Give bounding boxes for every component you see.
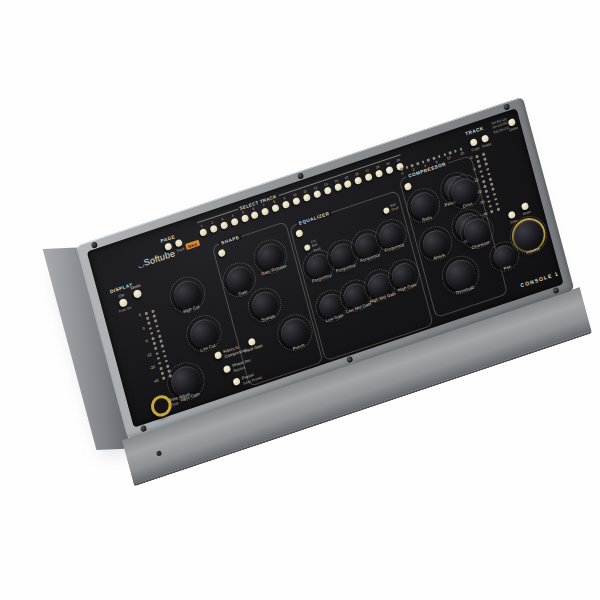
led-dot (485, 163, 488, 166)
led-dot (154, 319, 157, 322)
led-dot (481, 175, 484, 178)
led-dot (153, 314, 156, 317)
select-track-item[interactable]: 8 (270, 199, 280, 213)
led-dot (151, 337, 154, 340)
product-photo-scene: ◡Softube DISPLAY On Auto On Mode 60-6-12… (0, 0, 600, 600)
select-track-button[interactable] (385, 166, 393, 175)
scale-tick-label: -12 (138, 352, 152, 360)
scale-tick-label: -20 (141, 365, 155, 373)
scale-tick-label: 10 (447, 155, 452, 160)
led-dot (487, 173, 490, 176)
select-track-item[interactable]: 4 (229, 213, 239, 227)
select-track-button[interactable] (272, 204, 280, 213)
led-dot (477, 160, 480, 163)
screw-icon (552, 287, 559, 295)
led-dot (162, 350, 165, 353)
led-dot (155, 352, 158, 355)
select-track-button[interactable] (344, 179, 352, 188)
led-dot (146, 317, 149, 320)
select-track-button[interactable] (354, 176, 362, 185)
led-dot (478, 165, 481, 168)
select-track-item[interactable]: 14 (332, 178, 342, 192)
led-dot (493, 193, 496, 196)
select-track-item[interactable]: 12 (312, 185, 322, 199)
scale-tick-label: -40 (145, 378, 159, 386)
phase-inv-cap[interactable] (223, 365, 231, 374)
led-dot (490, 210, 493, 213)
led-dot (486, 168, 489, 171)
select-track-item[interactable]: 19 (384, 161, 394, 175)
select-track-button[interactable] (199, 228, 207, 237)
led-dot (149, 327, 152, 330)
led-dot (158, 362, 161, 365)
fine-adjust-sub-label: Shift (171, 401, 179, 407)
led-dot (151, 309, 154, 312)
select-track-item[interactable]: 2 (208, 220, 218, 234)
select-track-item[interactable]: 1 (198, 223, 208, 237)
scale-tick-label: 6 (127, 313, 141, 321)
led-dot (162, 377, 165, 380)
select-track-button[interactable] (334, 183, 342, 192)
led-dot (483, 185, 486, 188)
scale-tick-label: 0 (401, 171, 404, 175)
led-dot (150, 332, 153, 335)
led-dot (145, 312, 148, 315)
led-dot (161, 345, 164, 348)
led-dot (482, 180, 485, 183)
select-track-item[interactable]: 9 (281, 195, 291, 209)
select-track-item[interactable]: 11 (301, 188, 311, 202)
led-dot (491, 188, 494, 191)
led-dot (485, 190, 488, 193)
select-track-button[interactable] (282, 200, 290, 209)
select-track-item[interactable]: 17 (363, 168, 373, 182)
led-dot (489, 205, 492, 208)
led-dot (163, 355, 166, 358)
led-dot (490, 183, 493, 186)
led-dot (495, 203, 498, 206)
led-dot (489, 178, 492, 181)
select-track-button[interactable] (323, 186, 331, 195)
select-track-button[interactable] (375, 169, 383, 178)
select-track-item[interactable]: 18 (374, 164, 384, 178)
led-dot (157, 330, 160, 333)
screw-icon (346, 356, 353, 364)
select-track-button[interactable] (261, 207, 269, 216)
led-dot (159, 340, 162, 343)
led-dot (494, 198, 497, 201)
led-dot (497, 208, 500, 211)
led-dot (147, 322, 150, 325)
select-track-button[interactable] (209, 224, 217, 233)
scale-tick-label: 0 (131, 326, 145, 334)
track-number-label: 6 (252, 207, 255, 211)
select-track-item[interactable]: 10 (291, 192, 301, 206)
select-track-item[interactable]: 3 (218, 216, 228, 230)
led-dot (158, 335, 161, 338)
select-track-item[interactable]: 15 (343, 175, 353, 189)
select-track-item[interactable]: 5 (239, 209, 249, 223)
led-dot (165, 360, 168, 363)
led-dot (153, 342, 156, 345)
select-track-button[interactable] (251, 211, 259, 220)
track-cluster-heading: TRACK (465, 126, 485, 137)
select-track-item[interactable]: 7 (260, 202, 270, 216)
mkii-badge: MKII (185, 240, 200, 250)
console1-controller: ◡Softube DISPLAY On Auto On Mode 60-6-12… (76, 97, 574, 440)
led-dot (482, 153, 485, 156)
select-track-button[interactable] (313, 190, 321, 199)
led-dot (154, 347, 157, 350)
equalizer-section-label: EQUALIZER (296, 210, 332, 226)
select-track-button[interactable] (365, 172, 373, 181)
led-dot (166, 365, 169, 368)
select-track-button[interactable] (303, 193, 311, 202)
filters-to-compressor-cap[interactable] (214, 351, 222, 360)
front-panel-hole (156, 450, 162, 456)
select-track-item[interactable]: 16 (353, 171, 363, 185)
select-track-button[interactable] (240, 214, 248, 223)
led-dot (161, 372, 164, 375)
led-dot (159, 367, 162, 370)
select-track-item[interactable]: 13 (322, 181, 332, 195)
led-dot (479, 170, 482, 173)
led-dot (155, 325, 158, 328)
track-number-label: 7 (262, 203, 265, 207)
preset-cap[interactable] (232, 377, 240, 386)
shape-section-label: SHAPE (219, 234, 242, 246)
select-track-button[interactable] (230, 217, 238, 226)
scale-tick-label: -6 (134, 339, 148, 347)
led-dot (483, 158, 486, 161)
screw-icon (140, 425, 147, 433)
led-dot (157, 357, 160, 360)
select-track-button[interactable] (220, 221, 228, 230)
led-dot (475, 155, 478, 158)
select-track-item[interactable]: 6 (250, 206, 260, 220)
select-track-button[interactable] (292, 197, 300, 206)
